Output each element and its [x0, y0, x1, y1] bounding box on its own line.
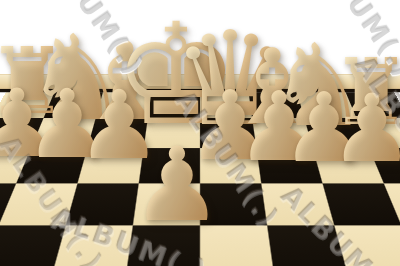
watermark-text-0: ALBUM(.): [34, 0, 150, 81]
square-f4: [66, 183, 139, 225]
square-c1: [249, 92, 305, 118]
square-f1: [96, 92, 152, 118]
square-c3: [256, 148, 322, 183]
square-d2: [200, 118, 256, 148]
square-c2: [252, 118, 313, 148]
square-f5: [52, 225, 133, 266]
board-rim: [0, 74, 400, 89]
chess-board: [0, 92, 400, 266]
square-d3: [200, 148, 261, 183]
square-e1: [148, 92, 200, 118]
square-d4: [200, 183, 267, 225]
square-d5: [200, 225, 274, 266]
watermark-text-1: ALBUM(.): [304, 0, 400, 83]
square-e2: [144, 118, 200, 148]
square-b5: [334, 225, 400, 266]
square-f3: [77, 148, 143, 183]
square-e3: [139, 148, 200, 183]
square-g2: [31, 118, 96, 148]
square-g1: [44, 92, 103, 118]
square-e5: [126, 225, 200, 266]
board-plane: [0, 74, 400, 266]
square-d1: [200, 92, 252, 118]
square-e4: [133, 183, 200, 225]
square-f2: [87, 118, 148, 148]
chess-stock-photo: ♜♞♝♚♛♝♞♜♟♟♟♟♟♟♟♟ ALBUM(.)ALBUM(.)ALBUM(.…: [0, 0, 400, 266]
